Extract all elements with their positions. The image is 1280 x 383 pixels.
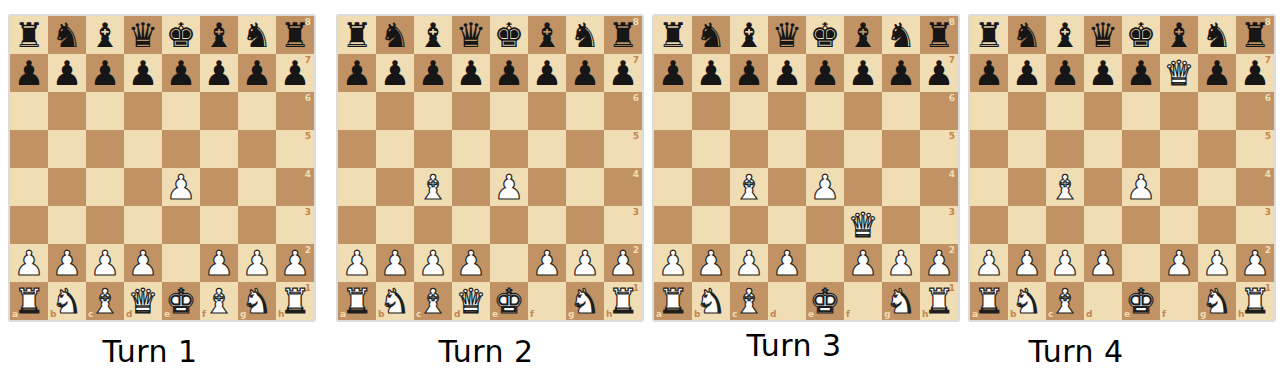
black-pawn-piece: ♟ [490, 54, 528, 92]
square-c2: ♟ [86, 244, 124, 282]
square-h2: 2♟ [1236, 244, 1274, 282]
square-d6 [1084, 92, 1122, 130]
white-queen-piece: ♛ [124, 282, 162, 320]
square-f8: ♝ [844, 16, 882, 54]
square-c8: ♝ [730, 16, 768, 54]
white-king-piece: ♚ [1122, 282, 1160, 320]
square-g7: ♟ [1198, 54, 1236, 92]
chess-turns-montage: ♜♞♝♛♚♝♞8♜♟♟♟♟♟♟♟7♟65♟43♟♟♟♟♟♟2♟a♜b♞c♝d♛e… [0, 0, 1280, 369]
square-a6 [338, 92, 376, 130]
white-bishop-piece: ♝ [730, 168, 768, 206]
square-g7: ♟ [238, 54, 276, 92]
turn-2-label: Turn 2 [332, 334, 640, 369]
black-bishop-piece: ♝ [844, 16, 882, 54]
square-e7: ♟ [490, 54, 528, 92]
square-c5 [414, 130, 452, 168]
square-h8: 8♜ [604, 16, 642, 54]
square-e1: e♚ [806, 282, 844, 320]
white-knight-piece: ♞ [882, 282, 920, 320]
square-e8: ♚ [1122, 16, 1160, 54]
square-b6 [48, 92, 86, 130]
black-pawn-piece: ♟ [452, 54, 490, 92]
black-pawn-piece: ♟ [566, 54, 604, 92]
square-h3: 3 [920, 206, 958, 244]
square-f1: f [528, 282, 566, 320]
square-h8: 8♜ [920, 16, 958, 54]
chess-board-turn-3: ♜♞♝♛♚♝♞8♜♟♟♟♟♟♟♟7♟65♝♟4♛3♟♟♟♟♟♟2♟a♜b♞c♝d… [652, 14, 960, 322]
square-d5 [1084, 130, 1122, 168]
square-d8: ♛ [124, 16, 162, 54]
square-h3: 3 [604, 206, 642, 244]
square-g4 [566, 168, 604, 206]
white-pawn-piece: ♟ [86, 244, 124, 282]
black-pawn-piece: ♟ [692, 54, 730, 92]
white-queen-piece: ♛ [452, 282, 490, 320]
square-c4: ♝ [730, 168, 768, 206]
white-rook-piece: ♜ [970, 282, 1008, 320]
black-pawn-piece: ♟ [338, 54, 376, 92]
square-c6 [414, 92, 452, 130]
square-b6 [376, 92, 414, 130]
square-f8: ♝ [528, 16, 566, 54]
square-c5 [86, 130, 124, 168]
white-bishop-piece: ♝ [1046, 168, 1084, 206]
square-g2: ♟ [566, 244, 604, 282]
square-c2: ♟ [414, 244, 452, 282]
square-a4 [654, 168, 692, 206]
square-f5 [1160, 130, 1198, 168]
square-d4 [768, 168, 806, 206]
square-e5 [806, 130, 844, 168]
square-b2: ♟ [48, 244, 86, 282]
square-e7: ♟ [162, 54, 200, 92]
square-a5 [970, 130, 1008, 168]
rank-coordinate: 4 [305, 170, 311, 179]
square-h1: 1h♜ [1236, 282, 1274, 320]
square-a7: ♟ [10, 54, 48, 92]
square-b8: ♞ [48, 16, 86, 54]
chess-board-turn-4: ♜♞♝♛♚♝♞8♜♟♟♟♟♟♛♟7♟65♝♟43♟♟♟♟♟♟2♟a♜b♞c♝de… [968, 14, 1276, 322]
square-d7: ♟ [452, 54, 490, 92]
black-pawn-piece: ♟ [124, 54, 162, 92]
square-e4: ♟ [162, 168, 200, 206]
square-a1: a♜ [10, 282, 48, 320]
turn-panel-3: ♜♞♝♛♚♝♞8♜♟♟♟♟♟♟♟7♟65♝♟4♛3♟♟♟♟♟♟2♟a♜b♞c♝d… [652, 14, 960, 369]
square-c3 [414, 206, 452, 244]
black-bishop-piece: ♝ [86, 16, 124, 54]
black-pawn-piece: ♟ [1008, 54, 1046, 92]
black-rook-piece: ♜ [920, 16, 958, 54]
black-knight-piece: ♞ [376, 16, 414, 54]
square-c7: ♟ [730, 54, 768, 92]
square-f4 [200, 168, 238, 206]
white-rook-piece: ♜ [1236, 282, 1274, 320]
black-bishop-piece: ♝ [200, 16, 238, 54]
white-pawn-piece: ♟ [1084, 244, 1122, 282]
square-g6 [238, 92, 276, 130]
turn-panel-2: ♜♞♝♛♚♝♞8♜♟♟♟♟♟♟♟7♟65♝♟43♟♟♟♟♟♟2♟a♜b♞c♝d♛… [336, 14, 644, 369]
square-d1: d [1084, 282, 1122, 320]
square-a2: ♟ [10, 244, 48, 282]
white-bishop-piece: ♝ [200, 282, 238, 320]
square-g5 [1198, 130, 1236, 168]
square-h4: 4 [276, 168, 314, 206]
square-f2: ♟ [1160, 244, 1198, 282]
black-queen-piece: ♛ [124, 16, 162, 54]
square-e7: ♟ [1122, 54, 1160, 92]
square-b5 [692, 130, 730, 168]
square-f6 [200, 92, 238, 130]
black-rook-piece: ♜ [604, 16, 642, 54]
black-pawn-piece: ♟ [200, 54, 238, 92]
square-f1: f [844, 282, 882, 320]
black-pawn-piece: ♟ [1046, 54, 1084, 92]
square-b7: ♟ [692, 54, 730, 92]
square-f5 [200, 130, 238, 168]
square-h4: 4 [920, 168, 958, 206]
rank-coordinate: 4 [949, 170, 955, 179]
black-queen-piece: ♛ [768, 16, 806, 54]
rank-coordinate: 6 [305, 94, 311, 103]
square-g4 [882, 168, 920, 206]
turn-panel-1: ♜♞♝♛♚♝♞8♜♟♟♟♟♟♟♟7♟65♟43♟♟♟♟♟♟2♟a♜b♞c♝d♛e… [8, 14, 316, 369]
square-e3 [162, 206, 200, 244]
black-knight-piece: ♞ [238, 16, 276, 54]
square-f3 [528, 206, 566, 244]
square-b3 [692, 206, 730, 244]
white-knight-piece: ♞ [566, 282, 604, 320]
square-h5: 5 [604, 130, 642, 168]
white-knight-piece: ♞ [1198, 282, 1236, 320]
square-b2: ♟ [1008, 244, 1046, 282]
square-h3: 3 [276, 206, 314, 244]
square-a2: ♟ [338, 244, 376, 282]
square-a3 [338, 206, 376, 244]
rank-coordinate: 5 [1265, 132, 1271, 141]
square-a7: ♟ [970, 54, 1008, 92]
square-f4 [528, 168, 566, 206]
square-e8: ♚ [162, 16, 200, 54]
white-pawn-piece: ♟ [414, 244, 452, 282]
white-pawn-piece: ♟ [490, 168, 528, 206]
file-coordinate: d [770, 310, 776, 319]
black-pawn-piece: ♟ [1198, 54, 1236, 92]
square-h4: 4 [604, 168, 642, 206]
square-e6 [490, 92, 528, 130]
white-queen-piece: ♛ [844, 206, 882, 244]
square-d8: ♛ [1084, 16, 1122, 54]
black-knight-piece: ♞ [1008, 16, 1046, 54]
square-d2: ♟ [452, 244, 490, 282]
square-b7: ♟ [48, 54, 86, 92]
square-c3 [730, 206, 768, 244]
rank-coordinate: 5 [949, 132, 955, 141]
turn-3-label: Turn 3 [640, 328, 948, 363]
square-h5: 5 [920, 130, 958, 168]
white-pawn-piece: ♟ [1008, 244, 1046, 282]
square-c5 [730, 130, 768, 168]
black-knight-piece: ♞ [882, 16, 920, 54]
square-h6: 6 [276, 92, 314, 130]
black-pawn-piece: ♟ [654, 54, 692, 92]
square-a7: ♟ [654, 54, 692, 92]
square-g2: ♟ [238, 244, 276, 282]
rank-coordinate: 3 [305, 208, 311, 217]
square-a2: ♟ [654, 244, 692, 282]
black-queen-piece: ♛ [1084, 16, 1122, 54]
white-knight-piece: ♞ [238, 282, 276, 320]
square-g5 [238, 130, 276, 168]
white-rook-piece: ♜ [654, 282, 692, 320]
square-e2 [806, 244, 844, 282]
white-pawn-piece: ♟ [200, 244, 238, 282]
square-d5 [452, 130, 490, 168]
square-a4 [10, 168, 48, 206]
square-h6: 6 [1236, 92, 1274, 130]
square-e8: ♚ [806, 16, 844, 54]
black-knight-piece: ♞ [692, 16, 730, 54]
square-g1: g♞ [882, 282, 920, 320]
black-pawn-piece: ♟ [376, 54, 414, 92]
square-g8: ♞ [566, 16, 604, 54]
square-b3 [48, 206, 86, 244]
rank-coordinate: 3 [633, 208, 639, 217]
square-g1: g♞ [566, 282, 604, 320]
square-c7: ♟ [86, 54, 124, 92]
square-b2: ♟ [692, 244, 730, 282]
square-d4 [1084, 168, 1122, 206]
square-c3 [1046, 206, 1084, 244]
square-d6 [124, 92, 162, 130]
black-pawn-piece: ♟ [970, 54, 1008, 92]
square-d5 [768, 130, 806, 168]
square-a3 [654, 206, 692, 244]
black-pawn-piece: ♟ [882, 54, 920, 92]
rank-coordinate: 3 [1265, 208, 1271, 217]
square-e5 [162, 130, 200, 168]
square-d2: ♟ [768, 244, 806, 282]
square-e3 [1122, 206, 1160, 244]
white-bishop-piece: ♝ [86, 282, 124, 320]
square-b3 [376, 206, 414, 244]
square-e1: e♚ [1122, 282, 1160, 320]
white-pawn-piece: ♟ [10, 244, 48, 282]
square-f7: ♛ [1160, 54, 1198, 92]
rank-coordinate: 4 [1265, 170, 1271, 179]
white-pawn-piece: ♟ [920, 244, 958, 282]
square-c8: ♝ [1046, 16, 1084, 54]
square-a6 [654, 92, 692, 130]
square-g6 [566, 92, 604, 130]
square-e5 [490, 130, 528, 168]
black-rook-piece: ♜ [338, 16, 376, 54]
square-f6 [528, 92, 566, 130]
square-e2 [162, 244, 200, 282]
square-e7: ♟ [806, 54, 844, 92]
chess-board-turn-2: ♜♞♝♛♚♝♞8♜♟♟♟♟♟♟♟7♟65♝♟43♟♟♟♟♟♟2♟a♜b♞c♝d♛… [336, 14, 644, 322]
square-c6 [730, 92, 768, 130]
black-knight-piece: ♞ [1198, 16, 1236, 54]
black-rook-piece: ♜ [654, 16, 692, 54]
black-pawn-piece: ♟ [162, 54, 200, 92]
black-king-piece: ♚ [162, 16, 200, 54]
square-f8: ♝ [200, 16, 238, 54]
black-knight-piece: ♞ [566, 16, 604, 54]
turn-1-label: Turn 1 [0, 334, 304, 369]
square-d3 [768, 206, 806, 244]
square-h5: 5 [1236, 130, 1274, 168]
square-f2: ♟ [200, 244, 238, 282]
white-pawn-piece: ♟ [276, 244, 314, 282]
black-pawn-piece: ♟ [414, 54, 452, 92]
square-c4: ♝ [1046, 168, 1084, 206]
square-g4 [238, 168, 276, 206]
square-h2: 2♟ [276, 244, 314, 282]
square-f3 [200, 206, 238, 244]
square-f2: ♟ [844, 244, 882, 282]
square-d8: ♛ [452, 16, 490, 54]
square-a5 [10, 130, 48, 168]
black-pawn-piece: ♟ [730, 54, 768, 92]
white-pawn-piece: ♟ [162, 168, 200, 206]
square-g3 [882, 206, 920, 244]
square-c2: ♟ [1046, 244, 1084, 282]
black-queen-piece: ♛ [452, 16, 490, 54]
square-a5 [654, 130, 692, 168]
square-h6: 6 [604, 92, 642, 130]
square-c7: ♟ [1046, 54, 1084, 92]
black-bishop-piece: ♝ [730, 16, 768, 54]
square-c1: c♝ [414, 282, 452, 320]
white-queen-piece: ♛ [1160, 54, 1198, 92]
white-pawn-piece: ♟ [124, 244, 162, 282]
white-pawn-piece: ♟ [692, 244, 730, 282]
black-pawn-piece: ♟ [1084, 54, 1122, 92]
square-a3 [970, 206, 1008, 244]
square-e6 [1122, 92, 1160, 130]
square-e2 [1122, 244, 1160, 282]
square-b1: b♞ [376, 282, 414, 320]
file-coordinate: f [530, 310, 534, 319]
square-g3 [566, 206, 604, 244]
square-a2: ♟ [970, 244, 1008, 282]
turn-panel-4: ♜♞♝♛♚♝♞8♜♟♟♟♟♟♛♟7♟65♝♟43♟♟♟♟♟♟2♟a♜b♞c♝de… [968, 14, 1276, 369]
rank-coordinate: 6 [633, 94, 639, 103]
black-pawn-piece: ♟ [844, 54, 882, 92]
square-g7: ♟ [566, 54, 604, 92]
square-g8: ♞ [882, 16, 920, 54]
square-e3 [490, 206, 528, 244]
square-e6 [806, 92, 844, 130]
square-c4 [86, 168, 124, 206]
square-a3 [10, 206, 48, 244]
square-b4 [692, 168, 730, 206]
black-pawn-piece: ♟ [768, 54, 806, 92]
square-d4 [124, 168, 162, 206]
square-b4 [48, 168, 86, 206]
black-pawn-piece: ♟ [276, 54, 314, 92]
square-e8: ♚ [490, 16, 528, 54]
square-g8: ♞ [238, 16, 276, 54]
square-g6 [882, 92, 920, 130]
square-c4: ♝ [414, 168, 452, 206]
square-f3: ♛ [844, 206, 882, 244]
turn-4-label: Turn 4 [922, 334, 1230, 369]
square-c1: c♝ [86, 282, 124, 320]
rank-coordinate: 3 [949, 208, 955, 217]
white-pawn-piece: ♟ [1046, 244, 1084, 282]
square-h1: 1h♜ [276, 282, 314, 320]
black-pawn-piece: ♟ [806, 54, 844, 92]
square-a8: ♜ [970, 16, 1008, 54]
white-pawn-piece: ♟ [806, 168, 844, 206]
black-rook-piece: ♜ [10, 16, 48, 54]
square-d4 [452, 168, 490, 206]
white-knight-piece: ♞ [376, 282, 414, 320]
square-f7: ♟ [528, 54, 566, 92]
square-b8: ♞ [692, 16, 730, 54]
square-d6 [768, 92, 806, 130]
square-h6: 6 [920, 92, 958, 130]
square-g8: ♞ [1198, 16, 1236, 54]
square-a4 [970, 168, 1008, 206]
square-e1: e♚ [162, 282, 200, 320]
square-h4: 4 [1236, 168, 1274, 206]
white-pawn-piece: ♟ [970, 244, 1008, 282]
square-e2 [490, 244, 528, 282]
square-h2: 2♟ [920, 244, 958, 282]
square-c7: ♟ [414, 54, 452, 92]
square-c2: ♟ [730, 244, 768, 282]
white-bishop-piece: ♝ [414, 168, 452, 206]
square-f6 [844, 92, 882, 130]
square-a4 [338, 168, 376, 206]
black-pawn-piece: ♟ [10, 54, 48, 92]
square-c8: ♝ [414, 16, 452, 54]
square-d3 [452, 206, 490, 244]
square-a7: ♟ [338, 54, 376, 92]
white-rook-piece: ♜ [10, 282, 48, 320]
black-bishop-piece: ♝ [414, 16, 452, 54]
square-g3 [238, 206, 276, 244]
white-pawn-piece: ♟ [654, 244, 692, 282]
white-king-piece: ♚ [162, 282, 200, 320]
square-d1: d [768, 282, 806, 320]
black-pawn-piece: ♟ [528, 54, 566, 92]
square-b5 [48, 130, 86, 168]
square-a1: a♜ [970, 282, 1008, 320]
black-pawn-piece: ♟ [238, 54, 276, 92]
square-d2: ♟ [124, 244, 162, 282]
black-pawn-piece: ♟ [48, 54, 86, 92]
white-rook-piece: ♜ [338, 282, 376, 320]
square-d7: ♟ [1084, 54, 1122, 92]
square-g2: ♟ [882, 244, 920, 282]
file-coordinate: d [1086, 310, 1092, 319]
square-f7: ♟ [844, 54, 882, 92]
square-f1: f [1160, 282, 1198, 320]
square-b4 [376, 168, 414, 206]
white-bishop-piece: ♝ [414, 282, 452, 320]
square-d3 [1084, 206, 1122, 244]
square-c6 [1046, 92, 1084, 130]
square-g1: g♞ [1198, 282, 1236, 320]
square-g7: ♟ [882, 54, 920, 92]
white-pawn-piece: ♟ [238, 244, 276, 282]
square-b7: ♟ [376, 54, 414, 92]
square-f8: ♝ [1160, 16, 1198, 54]
square-c6 [86, 92, 124, 130]
